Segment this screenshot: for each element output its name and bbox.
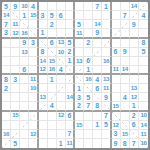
cell-r8c8[interactable] xyxy=(66,66,75,75)
cell-r4c1[interactable]: 3 xyxy=(2,29,11,38)
cell-r10c3[interactable] xyxy=(20,84,29,93)
cell-r14c14[interactable] xyxy=(121,121,130,130)
cell-r16c15[interactable]: 7 xyxy=(130,139,139,148)
cell-r4c16[interactable] xyxy=(139,29,148,38)
cell-r6c6[interactable] xyxy=(48,48,57,57)
cell-r4c6[interactable] xyxy=(48,29,57,38)
cell-r11c3[interactable] xyxy=(20,93,29,102)
cell-r13c13[interactable] xyxy=(112,112,121,121)
cell-r5c2[interactable] xyxy=(11,39,20,48)
cell-r11c5[interactable]: 13 xyxy=(39,93,48,102)
cell-r12c8[interactable] xyxy=(66,102,75,111)
cell-r10c9[interactable]: 1 xyxy=(75,84,84,93)
cell-r11c2[interactable] xyxy=(11,93,20,102)
cell-r5c10[interactable]: 2 xyxy=(84,39,93,48)
cell-r2c8[interactable] xyxy=(66,11,75,20)
cell-r7c13[interactable] xyxy=(112,57,121,66)
cell-r12c6[interactable]: 4 xyxy=(48,102,57,111)
cell-r3c15[interactable]: 9 xyxy=(130,20,139,29)
cell-r3c7[interactable] xyxy=(57,20,66,29)
cell-r3c5[interactable] xyxy=(39,20,48,29)
cell-r6c1[interactable] xyxy=(2,48,11,57)
cell-r16c1[interactable] xyxy=(2,139,11,148)
cell-r15c14[interactable]: 15 xyxy=(121,130,130,139)
cell-r6c5[interactable]: 8 xyxy=(39,48,48,57)
cell-r10c2[interactable] xyxy=(11,84,20,93)
cell-r9c12[interactable]: 13 xyxy=(102,75,111,84)
sudoku-board: 5910471141411535674711251493121611199361… xyxy=(0,0,150,150)
cell-r6c14[interactable]: 9 xyxy=(121,48,130,57)
cell-r9c14[interactable] xyxy=(121,75,130,84)
cell-r7c2[interactable] xyxy=(11,57,20,66)
cell-r12c2[interactable] xyxy=(11,102,20,111)
cell-r16c2[interactable]: 5 xyxy=(11,139,20,148)
cell-r12c5[interactable] xyxy=(39,102,48,111)
cell-r14c8[interactable] xyxy=(66,121,75,130)
cell-r8c14[interactable]: 14 xyxy=(121,66,130,75)
cell-r11c15[interactable]: 12 xyxy=(130,93,139,102)
cell-r12c16[interactable] xyxy=(139,102,148,111)
cell-r1c12[interactable]: 1 xyxy=(102,2,111,11)
cell-r12c12[interactable] xyxy=(102,102,111,111)
cell-r16c16[interactable]: 16 xyxy=(139,139,148,148)
cell-r12c4[interactable] xyxy=(29,102,38,111)
cell-r4c8[interactable] xyxy=(66,29,75,38)
cell-r10c12[interactable]: 11 xyxy=(102,84,111,93)
cell-r4c3[interactable]: 16 xyxy=(20,29,29,38)
cell-r10c15[interactable]: 13 xyxy=(130,84,139,93)
cell-r6c15[interactable] xyxy=(130,48,139,57)
cell-r10c11[interactable]: 6 xyxy=(93,84,102,93)
cell-r8c15[interactable] xyxy=(130,66,139,75)
cell-r7c15[interactable] xyxy=(130,57,139,66)
cell-r10c4[interactable]: 10 xyxy=(29,84,38,93)
cell-r3c9[interactable]: 5 xyxy=(75,20,84,29)
cell-r8c5[interactable]: 12 xyxy=(39,66,48,75)
cell-r1c9[interactable] xyxy=(75,2,84,11)
cell-r1c2[interactable]: 9 xyxy=(11,2,20,11)
cell-r9c6[interactable]: 1 xyxy=(48,75,57,84)
cell-r13c6[interactable] xyxy=(48,112,57,121)
cell-r2c11[interactable] xyxy=(93,11,102,20)
cell-r5c16[interactable]: 8 xyxy=(139,39,148,48)
cell-r7c8[interactable]: 1 xyxy=(66,57,75,66)
cell-r13c8[interactable]: 6 xyxy=(66,112,75,121)
cell-r1c3[interactable]: 10 xyxy=(20,2,29,11)
cell-r6c2[interactable] xyxy=(11,48,20,57)
cell-r14c5[interactable] xyxy=(39,121,48,130)
cell-r13c12[interactable]: 7 xyxy=(102,112,111,121)
cell-r4c15[interactable] xyxy=(130,29,139,38)
cell-r9c10[interactable]: 16 xyxy=(84,75,93,84)
cell-r3c8[interactable] xyxy=(66,20,75,29)
cell-r4c2[interactable]: 12 xyxy=(11,29,20,38)
cell-r13c1[interactable] xyxy=(2,112,11,121)
cell-r9c9[interactable] xyxy=(75,75,84,84)
cell-r3c11[interactable]: 14 xyxy=(93,20,102,29)
cell-r8c11[interactable] xyxy=(93,66,102,75)
cell-r12c14[interactable] xyxy=(121,102,130,111)
cell-r9c11[interactable]: 4 xyxy=(93,75,102,84)
cell-r13c2[interactable]: 15 xyxy=(11,112,20,121)
cell-r14c13[interactable]: 12 xyxy=(112,121,121,130)
cell-r14c4[interactable] xyxy=(29,121,38,130)
cell-r9c7[interactable] xyxy=(57,75,66,84)
cell-r9c16[interactable] xyxy=(139,75,148,84)
cell-r4c4[interactable] xyxy=(29,29,38,38)
cell-r15c16[interactable]: 11 xyxy=(139,130,148,139)
cell-r6c12[interactable] xyxy=(102,48,111,57)
cell-r5c1[interactable] xyxy=(2,39,11,48)
cell-r1c7[interactable] xyxy=(57,2,66,11)
cell-r11c7[interactable] xyxy=(57,93,66,102)
cell-r14c10[interactable] xyxy=(84,121,93,130)
cell-r6c16[interactable]: 5 xyxy=(139,48,148,57)
cell-r11c8[interactable]: 14 xyxy=(66,93,75,102)
cell-r2c15[interactable] xyxy=(130,11,139,20)
cell-r4c10[interactable] xyxy=(84,29,93,38)
cell-r16c6[interactable] xyxy=(48,139,57,148)
cell-r8c2[interactable] xyxy=(11,66,20,75)
cell-r1c10[interactable] xyxy=(84,2,93,11)
cell-r5c6[interactable]: 6 xyxy=(48,39,57,48)
cell-r13c7[interactable]: 12 xyxy=(57,112,66,121)
cell-r6c9[interactable] xyxy=(75,48,84,57)
cell-r5c3[interactable]: 9 xyxy=(20,39,29,48)
cell-r15c1[interactable]: 16 xyxy=(2,130,11,139)
cell-r12c1[interactable] xyxy=(2,102,11,111)
cell-r3c10[interactable] xyxy=(84,20,93,29)
cell-r6c8[interactable]: 2 xyxy=(66,48,75,57)
cell-r2c9[interactable] xyxy=(75,11,84,20)
cell-r8c3[interactable]: 6 xyxy=(20,66,29,75)
cell-r16c11[interactable] xyxy=(93,139,102,148)
cell-r1c1[interactable]: 5 xyxy=(2,2,11,11)
cell-r10c10[interactable] xyxy=(84,84,93,93)
cell-r16c13[interactable]: 9 xyxy=(112,139,121,148)
cell-r15c6[interactable] xyxy=(48,130,57,139)
cell-r15c2[interactable] xyxy=(11,130,20,139)
cell-r2c13[interactable] xyxy=(112,11,121,20)
cell-r15c10[interactable] xyxy=(84,130,93,139)
cell-r15c8[interactable]: 7 xyxy=(66,130,75,139)
sudoku-grid: 5910471141411535674711251493121611199361… xyxy=(2,2,148,148)
cell-r10c16[interactable] xyxy=(139,84,148,93)
cell-r12c15[interactable]: 1 xyxy=(130,102,139,111)
cell-r6c3[interactable]: 13 xyxy=(20,48,29,57)
cell-r5c4[interactable]: 3 xyxy=(29,39,38,48)
cell-r11c16[interactable] xyxy=(139,93,148,102)
cell-r13c15[interactable]: 2 xyxy=(130,112,139,121)
cell-r4c12[interactable] xyxy=(102,29,111,38)
cell-r8c7[interactable]: 4 xyxy=(57,66,66,75)
cell-r7c7[interactable] xyxy=(57,57,66,66)
cell-r2c2[interactable] xyxy=(11,11,20,20)
cell-r13c4[interactable] xyxy=(29,112,38,121)
cell-r8c4[interactable] xyxy=(29,66,38,75)
cell-r3c12[interactable] xyxy=(102,20,111,29)
cell-r13c10[interactable] xyxy=(84,112,93,121)
cell-r11c13[interactable] xyxy=(112,93,121,102)
cell-r12c11[interactable]: 8 xyxy=(93,102,102,111)
cell-r9c1[interactable]: 8 xyxy=(2,75,11,84)
cell-r15c12[interactable] xyxy=(102,130,111,139)
cell-r10c7[interactable] xyxy=(57,84,66,93)
cell-r11c10[interactable]: 5 xyxy=(84,93,93,102)
cell-r3c6[interactable]: 2 xyxy=(48,20,57,29)
cell-r3c3[interactable] xyxy=(20,20,29,29)
cell-r6c10[interactable] xyxy=(84,48,93,57)
cell-r1c5[interactable] xyxy=(39,2,48,11)
cell-r13c11[interactable] xyxy=(93,112,102,121)
cell-r15c13[interactable]: 3 xyxy=(112,130,121,139)
cell-r2c1[interactable]: 14 xyxy=(2,11,11,20)
cell-r3c16[interactable] xyxy=(139,20,148,29)
cell-r2c12[interactable] xyxy=(102,11,111,20)
cell-r12c13[interactable]: 15 xyxy=(112,102,121,111)
cell-r5c13[interactable] xyxy=(112,39,121,48)
cell-r14c16[interactable]: 14 xyxy=(139,121,148,130)
cell-r6c7[interactable]: 10 xyxy=(57,48,66,57)
cell-r11c9[interactable]: 3 xyxy=(75,93,84,102)
cell-r6c13[interactable]: 6 xyxy=(112,48,121,57)
cell-r1c11[interactable]: 7 xyxy=(93,2,102,11)
cell-r2c14[interactable]: 7 xyxy=(121,11,130,20)
cell-r3c4[interactable] xyxy=(29,20,38,29)
cell-r1c4[interactable]: 4 xyxy=(29,2,38,11)
cell-r2c6[interactable]: 5 xyxy=(48,11,57,20)
cell-r10c14[interactable] xyxy=(121,84,130,93)
cell-r16c3[interactable] xyxy=(20,139,29,148)
cell-r15c3[interactable] xyxy=(20,130,29,139)
cell-r4c5[interactable]: 1 xyxy=(39,29,48,38)
cell-r7c9[interactable]: 13 xyxy=(75,57,84,66)
cell-r13c14[interactable] xyxy=(121,112,130,121)
cell-r11c14[interactable]: 4 xyxy=(121,93,130,102)
cell-r3c1[interactable]: 7 xyxy=(2,20,11,29)
cell-r14c15[interactable]: 6 xyxy=(130,121,139,130)
cell-r4c7[interactable] xyxy=(57,29,66,38)
cell-r2c5[interactable]: 3 xyxy=(39,11,48,20)
cell-r5c14[interactable] xyxy=(121,39,130,48)
cell-r1c15[interactable]: 14 xyxy=(130,2,139,11)
cell-r5c5[interactable] xyxy=(39,39,48,48)
cell-r1c14[interactable] xyxy=(121,2,130,11)
cell-r8c13[interactable]: 11 xyxy=(112,66,121,75)
cell-r2c3[interactable]: 1 xyxy=(20,11,29,20)
cell-r7c6[interactable]: 15 xyxy=(48,57,57,66)
cell-r2c16[interactable]: 4 xyxy=(139,11,148,20)
cell-r16c5[interactable] xyxy=(39,139,48,148)
cell-r12c10[interactable]: 7 xyxy=(84,102,93,111)
cell-r13c5[interactable] xyxy=(39,112,48,121)
cell-r8c16[interactable] xyxy=(139,66,148,75)
cell-r11c6[interactable] xyxy=(48,93,57,102)
cell-r2c7[interactable]: 6 xyxy=(57,11,66,20)
cell-r10c5[interactable] xyxy=(39,84,48,93)
cell-r5c12[interactable] xyxy=(102,39,111,48)
cell-r14c9[interactable]: 15 xyxy=(75,121,84,130)
cell-r16c10[interactable] xyxy=(84,139,93,148)
cell-r3c2[interactable]: 11 xyxy=(11,20,20,29)
cell-r8c12[interactable] xyxy=(102,66,111,75)
cell-r16c9[interactable] xyxy=(75,139,84,148)
cell-r14c6[interactable] xyxy=(48,121,57,130)
cell-r4c9[interactable]: 11 xyxy=(75,29,84,38)
cell-r12c9[interactable]: 2 xyxy=(75,102,84,111)
cell-r1c13[interactable] xyxy=(112,2,121,11)
cell-r10c13[interactable] xyxy=(112,84,121,93)
cell-r7c4[interactable] xyxy=(29,57,38,66)
cell-r12c3[interactable] xyxy=(20,102,29,111)
cell-r13c9[interactable] xyxy=(75,112,84,121)
cell-r7c12[interactable]: 16 xyxy=(102,57,111,66)
cell-r10c6[interactable] xyxy=(48,84,57,93)
cell-r7c16[interactable] xyxy=(139,57,148,66)
cell-r4c14[interactable] xyxy=(121,29,130,38)
cell-r13c3[interactable] xyxy=(20,112,29,121)
cell-r9c15[interactable] xyxy=(130,75,139,84)
cell-r8c10[interactable]: 1 xyxy=(84,66,93,75)
cell-r7c1[interactable] xyxy=(2,57,11,66)
cell-r5c15[interactable] xyxy=(130,39,139,48)
cell-r1c8[interactable] xyxy=(66,2,75,11)
cell-r10c1[interactable]: 2 xyxy=(2,84,11,93)
cell-r2c4[interactable]: 15 xyxy=(29,11,38,20)
cell-r5c8[interactable]: 5 xyxy=(66,39,75,48)
cell-r11c4[interactable] xyxy=(29,93,38,102)
cell-r16c14[interactable]: 8 xyxy=(121,139,130,148)
cell-r12c7[interactable] xyxy=(57,102,66,111)
cell-r8c1[interactable] xyxy=(2,66,11,75)
cell-r11c12[interactable]: 9 xyxy=(102,93,111,102)
cell-r3c13[interactable] xyxy=(112,20,121,29)
cell-r9c8[interactable] xyxy=(66,75,75,84)
cell-r14c12[interactable]: 5 xyxy=(102,121,111,130)
cell-r6c4[interactable] xyxy=(29,48,38,57)
cell-r14c3[interactable] xyxy=(20,121,29,130)
cell-r9c5[interactable] xyxy=(39,75,48,84)
cell-r15c11[interactable] xyxy=(93,130,102,139)
cell-r9c2[interactable]: 3 xyxy=(11,75,20,84)
cell-r9c3[interactable] xyxy=(20,75,29,84)
cell-r15c5[interactable] xyxy=(39,130,48,139)
cell-r9c13[interactable] xyxy=(112,75,121,84)
cell-r7c3[interactable] xyxy=(20,57,29,66)
cell-r14c2[interactable] xyxy=(11,121,20,130)
cell-r7c10[interactable]: 6 xyxy=(84,57,93,66)
cell-r4c11[interactable]: 9 xyxy=(93,29,102,38)
cell-r10c8[interactable] xyxy=(66,84,75,93)
cell-r16c4[interactable] xyxy=(29,139,38,148)
cell-r14c11[interactable]: 1 xyxy=(93,121,102,130)
cell-r5c7[interactable]: 13 xyxy=(57,39,66,48)
cell-r7c14[interactable] xyxy=(121,57,130,66)
cell-r1c16[interactable] xyxy=(139,2,148,11)
cell-r3c14[interactable] xyxy=(121,20,130,29)
cell-r11c11[interactable] xyxy=(93,93,102,102)
cell-r9c4[interactable]: 11 xyxy=(29,75,38,84)
cell-r16c8[interactable]: 11 xyxy=(66,139,75,148)
cell-r7c5[interactable]: 14 xyxy=(39,57,48,66)
cell-r1c6[interactable] xyxy=(48,2,57,11)
cell-r13c16[interactable]: 10 xyxy=(139,112,148,121)
cell-r5c11[interactable] xyxy=(93,39,102,48)
cell-r16c7[interactable]: 1 xyxy=(57,139,66,148)
cell-r7c11[interactable] xyxy=(93,57,102,66)
cell-r11c1[interactable] xyxy=(2,93,11,102)
cell-r15c9[interactable] xyxy=(75,130,84,139)
cell-r14c7[interactable] xyxy=(57,121,66,130)
cell-r15c7[interactable] xyxy=(57,130,66,139)
cell-r4c13[interactable] xyxy=(112,29,121,38)
cell-r16c12[interactable] xyxy=(102,139,111,148)
cell-r15c4[interactable]: 12 xyxy=(29,130,38,139)
cell-r15c15[interactable] xyxy=(130,130,139,139)
cell-r6c11[interactable] xyxy=(93,48,102,57)
cell-r8c9[interactable] xyxy=(75,66,84,75)
cell-r2c10[interactable] xyxy=(84,11,93,20)
cell-r5c9[interactable] xyxy=(75,39,84,48)
cell-r14c1[interactable] xyxy=(2,121,11,130)
cell-r8c6[interactable]: 16 xyxy=(48,66,57,75)
